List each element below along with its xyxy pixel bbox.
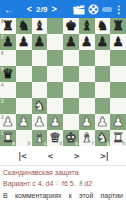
toolbar-icons: ⋮ bbox=[73, 0, 123, 18]
square-f6[interactable] bbox=[79, 50, 95, 66]
first-move-button[interactable]: |< bbox=[17, 151, 26, 161]
square-b3[interactable] bbox=[16, 98, 32, 114]
square-c8[interactable]: ♝ bbox=[32, 18, 48, 34]
square-b5[interactable] bbox=[16, 66, 32, 82]
square-e1[interactable]: e♚ bbox=[63, 130, 79, 146]
square-c3[interactable]: ♞ bbox=[32, 98, 48, 114]
piece-black-pawn: ♟ bbox=[112, 34, 124, 50]
piece-black-bishop: ♝ bbox=[34, 18, 46, 34]
square-f2[interactable]: ♟ bbox=[79, 114, 95, 130]
prev-move-button[interactable]: < bbox=[48, 151, 52, 161]
square-b8[interactable]: ♞ bbox=[16, 18, 32, 34]
square-b4[interactable] bbox=[16, 82, 32, 98]
square-e5[interactable] bbox=[63, 66, 79, 82]
piece-black-pawn: ♟ bbox=[81, 34, 93, 50]
piece-white-knight: ♞ bbox=[34, 98, 46, 114]
square-c1[interactable]: c♝ bbox=[32, 130, 48, 146]
piece-white-pawn: ♟ bbox=[34, 114, 46, 130]
square-b1[interactable]: b bbox=[16, 130, 32, 146]
rank-label-8: 8 bbox=[1, 19, 4, 24]
overflow-menu-button[interactable]: ⋮ bbox=[115, 0, 123, 18]
square-b2[interactable]: ♟ bbox=[16, 114, 32, 130]
square-d7[interactable] bbox=[47, 34, 63, 50]
piece-black-bishop: ♝ bbox=[81, 18, 93, 34]
square-g6[interactable] bbox=[95, 50, 111, 66]
square-a4[interactable]: 4 bbox=[0, 82, 16, 98]
square-d6[interactable] bbox=[47, 50, 63, 66]
square-g5[interactable] bbox=[95, 66, 111, 82]
clapperboard-icon[interactable] bbox=[73, 0, 85, 18]
exercise-counter: 2/9 bbox=[34, 5, 50, 14]
prev-exercise-button[interactable]: < bbox=[25, 0, 34, 18]
square-h3[interactable] bbox=[110, 98, 126, 114]
variant-text: f6 5. bbox=[62, 180, 78, 187]
piece-black-knight: ♞ bbox=[18, 18, 30, 34]
square-b7[interactable]: ♟ bbox=[16, 34, 32, 50]
square-g7[interactable]: ♟ bbox=[95, 34, 111, 50]
square-a5[interactable]: 5♛ bbox=[0, 66, 16, 82]
rank-label-2: 2 bbox=[1, 115, 4, 120]
square-c2[interactable]: ♟ bbox=[32, 114, 48, 130]
variant-text: d2 bbox=[84, 180, 92, 187]
square-h2[interactable]: ♟ bbox=[110, 114, 126, 130]
square-c5[interactable] bbox=[32, 66, 48, 82]
file-label-h: h bbox=[122, 141, 125, 146]
square-e7[interactable]: ♟ bbox=[63, 34, 79, 50]
square-f4[interactable] bbox=[79, 82, 95, 98]
move-navigation: |< < > >| bbox=[0, 146, 126, 166]
square-h7[interactable]: ♟ bbox=[110, 34, 126, 50]
square-a7[interactable]: 7♟ bbox=[0, 34, 16, 50]
rank-label-7: 7 bbox=[1, 35, 4, 40]
square-e6[interactable] bbox=[63, 50, 79, 66]
piece-black-pawn: ♟ bbox=[34, 34, 46, 50]
piece-black-pawn: ♟ bbox=[65, 34, 77, 50]
game-info: Скандинавская защита Вариант с 4. d4 ♘f6… bbox=[0, 166, 126, 200]
square-h1[interactable]: h♜ bbox=[110, 130, 126, 146]
square-d1[interactable]: d♛ bbox=[47, 130, 63, 146]
piece-white-pawn: ♟ bbox=[81, 114, 93, 130]
piece-white-pawn: ♟ bbox=[18, 114, 30, 130]
next-move-button[interactable]: > bbox=[74, 151, 78, 161]
square-a2[interactable]: 2♟ bbox=[0, 114, 16, 130]
square-f3[interactable] bbox=[79, 98, 95, 114]
piece-white-pawn: ♟ bbox=[112, 114, 124, 130]
square-c6[interactable] bbox=[32, 50, 48, 66]
square-h8[interactable]: ♜ bbox=[110, 18, 126, 34]
square-g2[interactable]: ♟ bbox=[95, 114, 111, 130]
square-a6[interactable]: 6 bbox=[0, 50, 16, 66]
square-e3[interactable] bbox=[63, 98, 79, 114]
square-d2[interactable]: ♟ bbox=[47, 114, 63, 130]
variant-line[interactable]: Вариант с 4. d4 ♘f6 5. ♗d2 bbox=[3, 179, 123, 189]
file-label-g: g bbox=[107, 141, 110, 146]
square-g3[interactable] bbox=[95, 98, 111, 114]
figurine-glyph: ♘ bbox=[55, 179, 62, 188]
back-button[interactable]: ← bbox=[3, 0, 15, 18]
rank-label-1: 1 bbox=[1, 131, 4, 136]
film-reel-icon[interactable] bbox=[88, 0, 99, 18]
square-h4[interactable] bbox=[110, 82, 126, 98]
square-b6[interactable] bbox=[16, 50, 32, 66]
piece-black-pawn: ♟ bbox=[97, 34, 109, 50]
square-f8[interactable]: ♝ bbox=[79, 18, 95, 34]
piece-white-pawn: ♟ bbox=[97, 114, 109, 130]
piece-white-bishop: ♝ bbox=[81, 130, 93, 146]
piece-black-pawn: ♟ bbox=[18, 34, 30, 50]
file-label-e: e bbox=[75, 141, 78, 146]
file-label-c: c bbox=[44, 141, 47, 146]
square-g4[interactable] bbox=[95, 82, 111, 98]
status-pill bbox=[102, 7, 112, 12]
file-label-a: a bbox=[12, 141, 15, 146]
rank-label-6: 6 bbox=[1, 51, 4, 56]
file-label-f: f bbox=[92, 141, 94, 146]
last-move-button[interactable]: >| bbox=[100, 151, 109, 161]
comment-text: В комментариях к этой партии bbox=[3, 191, 123, 200]
rank-label-3: 3 bbox=[1, 99, 4, 104]
square-f7[interactable]: ♟ bbox=[79, 34, 95, 50]
variant-text: Вариант с 4. d4 bbox=[3, 180, 55, 187]
rank-label-4: 4 bbox=[1, 83, 4, 88]
opening-title: Скандинавская защита bbox=[3, 168, 123, 178]
exercise-pager: < 2/9 > bbox=[25, 0, 59, 18]
piece-black-king: ♚ bbox=[65, 18, 77, 34]
square-g1[interactable]: g♞ bbox=[95, 130, 111, 146]
piece-white-pawn: ♟ bbox=[49, 114, 61, 130]
square-f1[interactable]: f♝ bbox=[79, 130, 95, 146]
square-a1[interactable]: 1a♜ bbox=[0, 130, 16, 146]
rank-label-5: 5 bbox=[1, 67, 4, 72]
piece-black-rook: ♜ bbox=[112, 18, 124, 34]
piece-black-knight: ♞ bbox=[97, 18, 109, 34]
next-exercise-button[interactable]: > bbox=[50, 0, 59, 18]
file-label-b: b bbox=[28, 141, 31, 146]
square-g8[interactable]: ♞ bbox=[95, 18, 111, 34]
square-d4[interactable] bbox=[47, 82, 63, 98]
square-f5[interactable] bbox=[79, 66, 95, 82]
square-d5[interactable] bbox=[47, 66, 63, 82]
square-e4[interactable] bbox=[63, 82, 79, 98]
file-label-d: d bbox=[59, 141, 62, 146]
square-e2[interactable] bbox=[63, 114, 79, 130]
square-h5[interactable] bbox=[110, 66, 126, 82]
chess-board[interactable]: 8♜♞♝♚♝♞♜7♟♟♟♟♟♟♟65♛43♞2♟♟♟♟♟♟♟1a♜bc♝d♛e♚… bbox=[0, 18, 126, 146]
square-d8[interactable] bbox=[47, 18, 63, 34]
square-a3[interactable]: 3 bbox=[0, 98, 16, 114]
square-e8[interactable]: ♚ bbox=[63, 18, 79, 34]
square-a8[interactable]: 8♜ bbox=[0, 18, 16, 34]
square-c4[interactable] bbox=[32, 82, 48, 98]
square-h6[interactable] bbox=[110, 50, 126, 66]
square-d3[interactable] bbox=[47, 98, 63, 114]
top-toolbar: ← < 2/9 > ⋮ bbox=[0, 0, 126, 18]
square-c7[interactable]: ♟ bbox=[32, 34, 48, 50]
